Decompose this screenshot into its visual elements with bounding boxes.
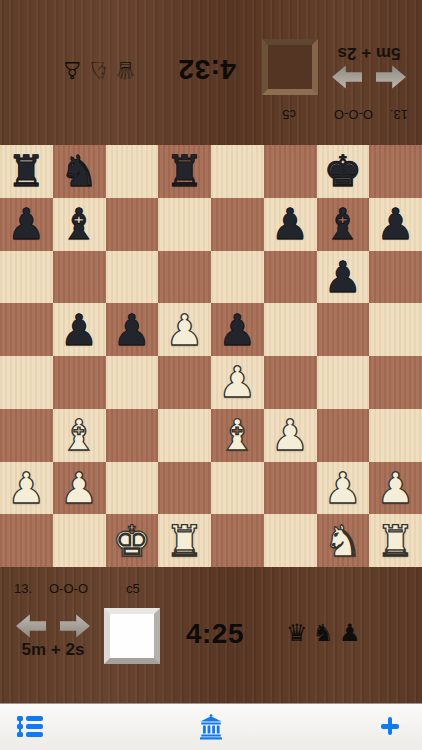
top-player-clock: 4:32 [167, 53, 247, 85]
black-move-label: c5 [282, 107, 296, 122]
bottom-toolbar [0, 703, 422, 750]
move-number-label: 13. [390, 107, 408, 122]
black-pawn: ♟ [324, 251, 363, 303]
light-square-tile[interactable] [104, 608, 160, 664]
square-f2[interactable] [264, 462, 317, 515]
captured-knight-icon: ♘ [88, 56, 110, 84]
square-e7[interactable] [211, 198, 264, 251]
square-h2[interactable]: ♟ [369, 462, 422, 515]
captured-pieces-tray: ♛♞♟ [286, 619, 361, 647]
square-b6[interactable] [53, 251, 106, 304]
square-d3[interactable] [158, 409, 211, 462]
black-pawn: ♟ [376, 198, 415, 250]
white-pawn: ♟ [218, 356, 257, 408]
square-e6[interactable] [211, 251, 264, 304]
square-f6[interactable] [264, 251, 317, 304]
back-arrow-button[interactable] [376, 65, 406, 89]
game-library-button[interactable] [199, 714, 223, 743]
black-bishop: ♝ [324, 198, 363, 250]
square-f7[interactable]: ♟ [264, 198, 317, 251]
square-a1[interactable] [0, 514, 53, 567]
square-h5[interactable] [369, 303, 422, 356]
captured-pawn-icon: ♙ [61, 56, 83, 84]
square-e1[interactable] [211, 514, 264, 567]
square-g8[interactable]: ♚ [317, 145, 370, 198]
black-pawn: ♟ [271, 198, 310, 250]
square-b2[interactable]: ♟ [53, 462, 106, 515]
bottom-player-area: 13. O-O-O c5 5m + 2s 4:25 ♛♞♟ [0, 567, 422, 703]
black-rook: ♜ [165, 145, 204, 197]
black-move-label: c5 [126, 581, 140, 596]
square-b5[interactable]: ♟ [53, 303, 106, 356]
white-bishop: ♝ [60, 409, 99, 461]
top-player-area: 13. O-O-O c5 5m + 2s 4:32 ♕♘♙ [0, 0, 422, 145]
white-pawn: ♟ [271, 409, 310, 461]
white-pawn: ♟ [60, 462, 99, 514]
square-d4[interactable] [158, 356, 211, 409]
white-pawn: ♟ [165, 304, 204, 356]
square-a6[interactable] [0, 251, 53, 304]
square-b8[interactable]: ♞ [53, 145, 106, 198]
square-c4[interactable] [106, 356, 159, 409]
white-knight: ♞ [324, 515, 363, 567]
black-pawn: ♟ [60, 304, 99, 356]
square-f4[interactable] [264, 356, 317, 409]
white-rook: ♜ [376, 515, 415, 567]
dark-square-tile[interactable] [262, 39, 318, 95]
black-knight: ♞ [60, 145, 99, 197]
square-h4[interactable] [369, 356, 422, 409]
square-g2[interactable]: ♟ [317, 462, 370, 515]
bottom-player-panel: 13. O-O-O c5 5m + 2s 4:25 ♛♞♟ [0, 567, 422, 703]
square-h7[interactable]: ♟ [369, 198, 422, 251]
square-f3[interactable]: ♟ [264, 409, 317, 462]
captured-pawn-icon: ♟ [339, 619, 361, 647]
square-d1[interactable]: ♜ [158, 514, 211, 567]
square-d8[interactable]: ♜ [158, 145, 211, 198]
square-d2[interactable] [158, 462, 211, 515]
chess-app-screen: 13. O-O-O c5 5m + 2s 4:32 ♕♘♙ ♜♞♜♚♟♝♟♝♟♟… [0, 0, 422, 750]
white-pawn: ♟ [376, 462, 415, 514]
square-e8[interactable] [211, 145, 264, 198]
square-g5[interactable] [317, 303, 370, 356]
square-b3[interactable]: ♝ [53, 409, 106, 462]
white-move-label: O-O-O [334, 107, 373, 122]
bottom-player-clock: 4:25 [175, 618, 255, 650]
square-d6[interactable] [158, 251, 211, 304]
square-c1[interactable]: ♚ [106, 514, 159, 567]
square-h3[interactable] [369, 409, 422, 462]
square-a8[interactable]: ♜ [0, 145, 53, 198]
black-bishop: ♝ [60, 198, 99, 250]
square-c5[interactable]: ♟ [106, 303, 159, 356]
back-arrow-button[interactable] [16, 614, 46, 638]
white-bishop: ♝ [218, 409, 257, 461]
time-control-label: 5m + 2s [324, 43, 414, 63]
square-a3[interactable] [0, 409, 53, 462]
square-a4[interactable] [0, 356, 53, 409]
square-c2[interactable] [106, 462, 159, 515]
square-b7[interactable]: ♝ [53, 198, 106, 251]
square-c7[interactable] [106, 198, 159, 251]
square-g3[interactable] [317, 409, 370, 462]
forward-arrow-button[interactable] [332, 65, 362, 89]
square-h6[interactable] [369, 251, 422, 304]
move-number-label: 13. [14, 581, 32, 596]
square-a2[interactable]: ♟ [0, 462, 53, 515]
square-f8[interactable] [264, 145, 317, 198]
square-e5[interactable]: ♟ [211, 303, 264, 356]
captured-pieces-tray: ♕♘♙ [61, 56, 136, 84]
black-rook: ♜ [7, 145, 46, 197]
top-player-panel: 13. O-O-O c5 5m + 2s 4:32 ♕♘♙ [0, 0, 422, 136]
square-d5[interactable]: ♟ [158, 303, 211, 356]
square-c6[interactable] [106, 251, 159, 304]
square-e2[interactable] [211, 462, 264, 515]
captured-queen-icon: ♕ [114, 56, 136, 84]
square-e3[interactable]: ♝ [211, 409, 264, 462]
black-pawn: ♟ [7, 198, 46, 250]
square-b4[interactable] [53, 356, 106, 409]
bank-icon [199, 714, 223, 740]
time-control-label: 5m + 2s [8, 640, 98, 660]
square-c3[interactable] [106, 409, 159, 462]
chess-board: ♜♞♜♚♟♝♟♝♟♟♟♟♟♟♟♝♝♟♟♟♟♟♚♜♞♜ [0, 145, 422, 567]
square-f5[interactable] [264, 303, 317, 356]
white-pawn: ♟ [7, 462, 46, 514]
square-g1[interactable]: ♞ [317, 514, 370, 567]
captured-queen-icon: ♛ [286, 619, 308, 647]
white-rook: ♜ [165, 515, 204, 567]
square-h1[interactable]: ♜ [369, 514, 422, 567]
captured-knight-icon: ♞ [313, 619, 335, 647]
white-king: ♚ [113, 515, 152, 567]
white-move-label: O-O-O [49, 581, 88, 596]
square-e4[interactable]: ♟ [211, 356, 264, 409]
black-king: ♚ [324, 145, 363, 197]
square-a5[interactable] [0, 303, 53, 356]
black-pawn: ♟ [113, 304, 152, 356]
square-d7[interactable] [158, 198, 211, 251]
square-a7[interactable]: ♟ [0, 198, 53, 251]
square-g7[interactable]: ♝ [317, 198, 370, 251]
white-pawn: ♟ [324, 462, 363, 514]
square-b1[interactable] [53, 514, 106, 567]
square-g4[interactable] [317, 356, 370, 409]
square-c8[interactable] [106, 145, 159, 198]
square-h8[interactable] [369, 145, 422, 198]
forward-arrow-button[interactable] [60, 614, 90, 638]
square-g6[interactable]: ♟ [317, 251, 370, 304]
black-pawn: ♟ [218, 304, 257, 356]
square-f1[interactable] [264, 514, 317, 567]
